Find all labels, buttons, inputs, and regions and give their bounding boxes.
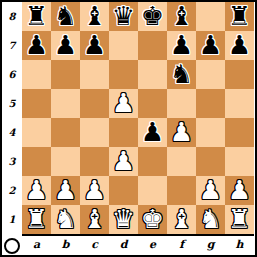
rank-labels: 87654321 (2, 2, 22, 234)
square-f6[interactable]: ♞ (167, 60, 196, 89)
piece-black-pawn[interactable]: ♟ (25, 31, 48, 60)
piece-black-bishop[interactable]: ♝ (170, 2, 193, 31)
rank-label-3: 3 (2, 147, 22, 176)
piece-white-bishop[interactable]: ♝ (83, 205, 106, 234)
square-h3[interactable] (225, 147, 254, 176)
square-e3[interactable] (138, 147, 167, 176)
square-c7[interactable]: ♟ (80, 31, 109, 60)
square-g2[interactable]: ♟ (196, 176, 225, 205)
chess-diagram: 87654321 ♜♞♝♛♚♝♜♟♟♟♟♟♟♞♟♟♟♟♟♟♟♟♟♜♞♝♛♚♝♞♜… (0, 0, 257, 257)
piece-black-pawn[interactable]: ♟ (228, 31, 251, 60)
square-b8[interactable]: ♞ (51, 2, 80, 31)
piece-white-king[interactable]: ♚ (141, 205, 164, 234)
file-label-h: h (225, 238, 254, 251)
square-c8[interactable]: ♝ (80, 2, 109, 31)
square-b2[interactable]: ♟ (51, 176, 80, 205)
square-a3[interactable] (22, 147, 51, 176)
square-f1[interactable]: ♝ (167, 205, 196, 234)
file-label-a: a (22, 238, 51, 251)
square-g5[interactable] (196, 89, 225, 118)
piece-white-bishop[interactable]: ♝ (170, 205, 193, 234)
square-c3[interactable] (80, 147, 109, 176)
square-f7[interactable]: ♟ (167, 31, 196, 60)
rank-label-1: 1 (2, 205, 22, 234)
square-a2[interactable]: ♟ (22, 176, 51, 205)
square-d4[interactable] (109, 118, 138, 147)
turn-indicator-white-to-move (4, 238, 20, 254)
piece-white-knight[interactable]: ♞ (54, 205, 77, 234)
piece-black-knight[interactable]: ♞ (54, 2, 77, 31)
square-a6[interactable] (22, 60, 51, 89)
square-e4[interactable]: ♟ (138, 118, 167, 147)
square-d5[interactable]: ♟ (109, 89, 138, 118)
file-label-e: e (138, 238, 167, 251)
piece-white-pawn[interactable]: ♟ (112, 89, 135, 118)
square-h2[interactable]: ♟ (225, 176, 254, 205)
square-b1[interactable]: ♞ (51, 205, 80, 234)
square-e2[interactable] (138, 176, 167, 205)
file-label-f: f (167, 238, 196, 251)
piece-black-pawn[interactable]: ♟ (83, 31, 106, 60)
square-e7[interactable] (138, 31, 167, 60)
rank-label-7: 7 (2, 31, 22, 60)
square-c6[interactable] (80, 60, 109, 89)
piece-white-rook[interactable]: ♜ (228, 205, 251, 234)
square-g7[interactable]: ♟ (196, 31, 225, 60)
square-c4[interactable] (80, 118, 109, 147)
rank-label-8: 8 (2, 2, 22, 31)
square-d7[interactable] (109, 31, 138, 60)
square-g6[interactable] (196, 60, 225, 89)
square-d1[interactable]: ♛ (109, 205, 138, 234)
rank-label-6: 6 (2, 60, 22, 89)
piece-white-pawn[interactable]: ♟ (25, 176, 48, 205)
square-e1[interactable]: ♚ (138, 205, 167, 234)
square-a7[interactable]: ♟ (22, 31, 51, 60)
square-b3[interactable] (51, 147, 80, 176)
rank-label-2: 2 (2, 176, 22, 205)
square-f3[interactable] (167, 147, 196, 176)
square-f2[interactable] (167, 176, 196, 205)
piece-black-pawn[interactable]: ♟ (141, 118, 164, 147)
square-d6[interactable] (109, 60, 138, 89)
piece-black-queen[interactable]: ♛ (112, 2, 135, 31)
square-e6[interactable] (138, 60, 167, 89)
square-c2[interactable]: ♟ (80, 176, 109, 205)
square-a1[interactable]: ♜ (22, 205, 51, 234)
piece-white-pawn[interactable]: ♟ (170, 118, 193, 147)
square-a4[interactable] (22, 118, 51, 147)
square-d2[interactable] (109, 176, 138, 205)
piece-black-bishop[interactable]: ♝ (83, 2, 106, 31)
square-h5[interactable] (225, 89, 254, 118)
square-f8[interactable]: ♝ (167, 2, 196, 31)
piece-black-pawn[interactable]: ♟ (170, 31, 193, 60)
file-labels: abcdefgh (22, 238, 254, 251)
square-g8[interactable] (196, 2, 225, 31)
piece-black-rook[interactable]: ♜ (25, 2, 48, 31)
square-e5[interactable] (138, 89, 167, 118)
square-g3[interactable] (196, 147, 225, 176)
file-label-b: b (51, 238, 80, 251)
piece-white-knight[interactable]: ♞ (199, 205, 222, 234)
piece-black-pawn[interactable]: ♟ (199, 31, 222, 60)
piece-white-pawn[interactable]: ♟ (199, 176, 222, 205)
square-h4[interactable] (225, 118, 254, 147)
piece-white-pawn[interactable]: ♟ (112, 147, 135, 176)
square-b6[interactable] (51, 60, 80, 89)
square-d8[interactable]: ♛ (109, 2, 138, 31)
square-b4[interactable] (51, 118, 80, 147)
square-e8[interactable]: ♚ (138, 2, 167, 31)
square-d3[interactable]: ♟ (109, 147, 138, 176)
piece-white-rook[interactable]: ♜ (25, 205, 48, 234)
square-f5[interactable] (167, 89, 196, 118)
piece-black-rook[interactable]: ♜ (228, 2, 251, 31)
piece-black-pawn[interactable]: ♟ (54, 31, 77, 60)
square-b7[interactable]: ♟ (51, 31, 80, 60)
square-a5[interactable] (22, 89, 51, 118)
square-h8[interactable]: ♜ (225, 2, 254, 31)
piece-white-pawn[interactable]: ♟ (54, 176, 77, 205)
square-f4[interactable]: ♟ (167, 118, 196, 147)
square-g4[interactable] (196, 118, 225, 147)
piece-white-queen[interactable]: ♛ (112, 205, 135, 234)
square-c5[interactable] (80, 89, 109, 118)
chess-board: ♜♞♝♛♚♝♜♟♟♟♟♟♟♞♟♟♟♟♟♟♟♟♟♜♞♝♛♚♝♞♜ (22, 2, 254, 236)
piece-white-pawn[interactable]: ♟ (83, 176, 106, 205)
square-h6[interactable] (225, 60, 254, 89)
square-b5[interactable] (51, 89, 80, 118)
rank-label-5: 5 (2, 89, 22, 118)
file-label-g: g (196, 238, 225, 251)
square-h7[interactable]: ♟ (225, 31, 254, 60)
piece-black-knight[interactable]: ♞ (170, 60, 193, 89)
piece-white-pawn[interactable]: ♟ (228, 176, 251, 205)
rank-label-4: 4 (2, 118, 22, 147)
file-label-c: c (80, 238, 109, 251)
square-h1[interactable]: ♜ (225, 205, 254, 234)
square-g1[interactable]: ♞ (196, 205, 225, 234)
piece-black-king[interactable]: ♚ (141, 2, 164, 31)
square-c1[interactable]: ♝ (80, 205, 109, 234)
square-a8[interactable]: ♜ (22, 2, 51, 31)
file-label-d: d (109, 238, 138, 251)
